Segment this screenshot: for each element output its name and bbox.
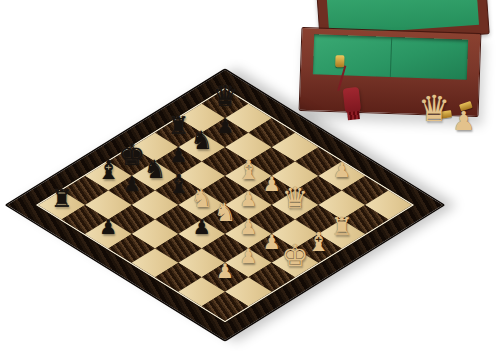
felt-seam	[390, 37, 392, 77]
spare-white-queen: ♛	[418, 88, 450, 129]
off-board-pieces: ♛ ♟	[414, 88, 494, 158]
spare-white-pawn: ♟	[452, 106, 475, 136]
chess-set-product-photo: ♛ ♟ ♜♝♚♜♛♟♞♟♞♟♟♝♞♝♟♞♟♟♟♛♟♟♟♟♚♝♜	[0, 0, 500, 360]
tassel-fringe	[347, 111, 360, 120]
key-tassel	[343, 87, 362, 115]
